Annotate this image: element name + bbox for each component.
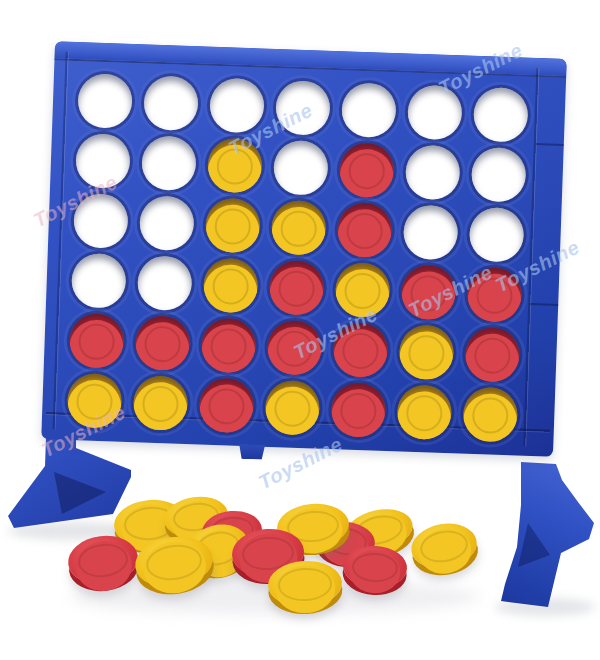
red-disc: ● [339,142,395,198]
connect-four-board: ●●●●●●●●●●●●●●●●●●●●●●●● [41,41,567,457]
red-disc: ● [201,318,257,374]
yellow-disc: ● [396,384,452,440]
red-disc: ● [135,315,191,371]
yellow-disc-glyph: ● [114,489,186,558]
yellow-disc-glyph: ● [183,511,253,585]
board-cell-r1c7 [473,87,529,143]
right-leg [490,455,600,615]
loose-yellow-disc: ● [275,501,351,551]
yellow-disc: ● [265,380,321,436]
board-cell-r4c7: ● [467,267,523,323]
board-cell-r2c6 [405,145,461,201]
loose-red-disc: ● [200,508,263,553]
board-cell-r6c5: ● [330,382,386,438]
yellow-disc: ● [335,262,391,318]
board-cell-r6c6: ● [396,384,452,440]
board-cell-r4c1 [71,253,127,309]
red-disc: ● [401,264,457,320]
board-cell-r6c1: ● [67,373,123,429]
board-cell-r4c2 [137,255,193,311]
yellow-disc: ● [67,373,123,429]
yellow-disc: ● [462,387,518,443]
yellow-disc: ● [399,324,455,380]
board-cell-r3c5: ● [337,202,393,258]
product-photo-scene: ●●●●●●●●●●●●●●●●●●●●●●●● ●●●●●●●●●●●●● T… [0,0,600,660]
board-cell-r2c2 [141,135,197,191]
loose-yellow-disc: ● [162,493,231,542]
red-disc-glyph: ● [202,502,261,560]
red-disc-glyph: ● [317,513,375,570]
yellow-disc: ● [207,138,263,194]
board-cell-r4c5: ● [335,262,391,318]
loose-red-disc: ● [65,532,140,588]
red-disc: ● [69,313,125,369]
red-disc-glyph: ● [233,518,304,587]
board-cell-r5c5: ● [333,322,389,378]
board-cell-r1c2 [143,75,199,131]
board-cell-r1c5 [341,82,397,138]
loose-yellow-disc: ● [408,519,481,574]
board-cell-r4c4: ● [269,260,325,316]
yellow-disc: ● [271,200,327,256]
board-cell-r5c7: ● [465,327,521,383]
red-disc: ● [465,327,521,383]
board-cell-r5c6: ● [399,324,455,380]
loose-yellow-disc: ● [112,496,188,549]
red-disc: ● [267,320,323,376]
board-cell-r6c7: ● [462,387,518,443]
board-cell-r1c6 [407,85,463,141]
loose-red-disc: ● [315,519,377,563]
red-disc: ● [337,202,393,258]
red-disc: ● [467,267,523,323]
board-cell-r3c7 [469,207,525,263]
board-cell-r5c2: ● [135,315,191,371]
red-disc: ● [269,260,325,316]
board-cell-r1c4 [275,80,331,136]
board-cell-r1c1 [77,73,133,129]
board-cell-r2c5: ● [339,142,395,198]
board-cell-r2c1 [75,133,131,189]
red-disc: ● [333,322,389,378]
board-cell-r4c6: ● [401,264,457,320]
board-cell-r5c4: ● [267,320,323,376]
board-cell-r1c3 [209,78,265,134]
yellow-disc-glyph: ● [163,486,228,547]
yellow-disc: ● [133,375,189,431]
red-disc: ● [199,377,255,433]
board-cell-r5c1: ● [69,313,125,369]
board-cell-r3c2 [139,195,195,251]
red-disc: ● [330,382,386,438]
board-grid: ●●●●●●●●●●●●●●●●●●●●●●●● [41,41,567,455]
board-cell-r2c3: ● [207,138,263,194]
board-cell-r6c3: ● [199,377,255,433]
board-cell-r6c4: ● [265,380,321,436]
yellow-disc-glyph: ● [409,512,478,580]
yellow-disc: ● [203,258,259,314]
board-cell-r3c3: ● [205,198,261,254]
board-cell-r4c3: ● [203,258,259,314]
yellow-disc-glyph: ● [277,494,348,559]
board-cell-r6c2: ● [133,375,189,431]
board-cell-r3c1 [73,193,129,249]
yellow-disc-glyph: ● [343,498,415,563]
board-cell-r2c7 [471,147,527,203]
yellow-disc: ● [205,198,261,254]
board-cell-r3c4: ● [271,200,327,256]
board-cell-r2c4 [273,140,329,196]
loose-yellow-disc: ● [182,518,253,578]
loose-yellow-disc: ● [342,503,417,556]
board-cell-r5c3: ● [201,318,257,374]
pile-ground-shadow [70,580,480,614]
loose-red-disc: ● [230,527,305,580]
board-cell-r3c6 [403,204,459,260]
bottom-release-tab [236,444,269,460]
